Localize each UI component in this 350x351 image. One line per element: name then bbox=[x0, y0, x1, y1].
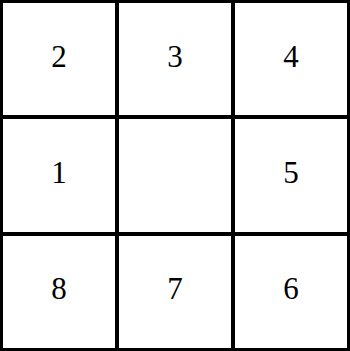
tile-6[interactable]: 6 bbox=[235, 236, 347, 348]
tile-3[interactable]: 3 bbox=[119, 3, 231, 115]
tile-5[interactable]: 5 bbox=[235, 119, 347, 231]
tile-4[interactable]: 4 bbox=[235, 3, 347, 115]
blank-space bbox=[119, 119, 231, 231]
tile-1[interactable]: 1 bbox=[3, 119, 115, 231]
puzzle-board: 2 3 4 1 5 8 7 6 bbox=[0, 0, 350, 351]
tile-7[interactable]: 7 bbox=[119, 236, 231, 348]
tile-8[interactable]: 8 bbox=[3, 236, 115, 348]
tile-2[interactable]: 2 bbox=[3, 3, 115, 115]
